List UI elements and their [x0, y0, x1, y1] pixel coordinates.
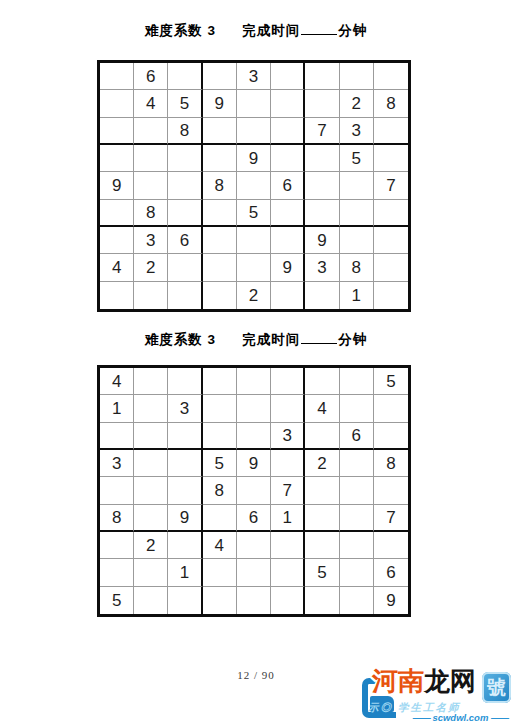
sudoku-cell-r5c1: 9	[100, 172, 134, 199]
sudoku-cell-r1c1: 4	[100, 368, 134, 395]
sudoku-cell-r8c5	[237, 254, 271, 281]
sudoku-cell-r4c4	[203, 145, 237, 172]
sudoku-cell-r1c3	[168, 368, 202, 395]
sudoku-cell-r5c5	[237, 477, 271, 504]
sudoku-cell-r4c8: 5	[340, 145, 374, 172]
sudoku-cell-r9c6	[271, 282, 305, 309]
sudoku-cell-r4c6	[271, 450, 305, 477]
sudoku-cell-r1c8	[340, 368, 374, 395]
sudoku-cell-r9c4	[203, 587, 237, 614]
sudoku-cell-r2c7	[305, 90, 339, 117]
sudoku-cell-r1c9: 5	[374, 368, 408, 395]
sudoku-cell-r3c4	[203, 118, 237, 145]
sudoku-cell-r4c5: 9	[237, 145, 271, 172]
sudoku-cell-r1c9	[374, 63, 408, 90]
sudoku-cell-r9c6	[271, 587, 305, 614]
sudoku-cell-r8c4	[203, 559, 237, 586]
sudoku-cell-r2c6	[271, 395, 305, 422]
sudoku-cell-r7c2: 2	[134, 532, 168, 559]
sudoku-cell-r4c6	[271, 145, 305, 172]
sudoku-cell-r8c1	[100, 559, 134, 586]
sudoku-cell-r6c6	[271, 200, 305, 227]
sudoku-cell-r1c2	[134, 368, 168, 395]
site-name-orange: 河南	[372, 666, 424, 696]
sudoku-cell-r5c6: 7	[271, 477, 305, 504]
sudoku-cell-r5c4: 8	[203, 477, 237, 504]
sudoku-cell-r8c8	[340, 559, 374, 586]
sudoku-cell-r8c2	[134, 559, 168, 586]
sudoku-cell-r2c3: 5	[168, 90, 202, 117]
sudoku-cell-r3c5	[237, 423, 271, 450]
sudoku-cell-r1c7	[305, 63, 339, 90]
sudoku-cell-r2c3: 3	[168, 395, 202, 422]
sudoku-cell-r4c1	[100, 145, 134, 172]
sudoku-cell-r5c9: 7	[374, 172, 408, 199]
sudoku-cell-r8c7: 5	[305, 559, 339, 586]
sudoku-cell-r9c9: 9	[374, 587, 408, 614]
sudoku-cell-r1c5: 3	[237, 63, 271, 90]
sudoku-cell-r6c8	[340, 505, 374, 532]
sudoku-cell-r4c9: 8	[374, 450, 408, 477]
sudoku-cell-r3c9	[374, 423, 408, 450]
sudoku-cell-r2c5	[237, 395, 271, 422]
site-name-black: 龙网	[424, 666, 476, 696]
sudoku-cell-r3c7	[305, 423, 339, 450]
sudoku-cell-r3c4	[203, 423, 237, 450]
sudoku-cell-r7c3	[168, 532, 202, 559]
sudoku-cell-r8c9	[374, 254, 408, 281]
sudoku-cell-r7c1	[100, 227, 134, 254]
watermark-seal-badge: 號	[482, 672, 511, 703]
sudoku-cell-r3c6	[271, 118, 305, 145]
sudoku-cell-r3c3: 8	[168, 118, 202, 145]
sudoku-cell-r2c1: 1	[100, 395, 134, 422]
sudoku-cell-r7c3: 6	[168, 227, 202, 254]
sudoku-cell-r8c4	[203, 254, 237, 281]
sudoku-cell-r1c8	[340, 63, 374, 90]
sudoku-cell-r2c1	[100, 90, 134, 117]
sudoku-cell-r8c2: 2	[134, 254, 168, 281]
sudoku-cell-r9c5: 2	[237, 282, 271, 309]
sudoku-cell-r1c4	[203, 63, 237, 90]
sudoku-cell-r8c7: 3	[305, 254, 339, 281]
sudoku-cell-r5c7	[305, 172, 339, 199]
sudoku-cell-r5c8	[340, 477, 374, 504]
sudoku-cell-r7c4	[203, 227, 237, 254]
url-dash-left: ——	[413, 712, 430, 723]
sudoku-cell-r5c3	[168, 477, 202, 504]
sudoku-cell-r6c9	[374, 200, 408, 227]
sudoku-cell-r9c3	[168, 282, 202, 309]
sudoku-cell-r9c1: 5	[100, 587, 134, 614]
sudoku-cell-r7c4: 4	[203, 532, 237, 559]
time-blank-line	[301, 331, 337, 344]
sudoku-cell-r4c3	[168, 450, 202, 477]
sudoku-cell-r9c8: 1	[340, 282, 374, 309]
sudoku-grid-1: 6345928873959867853694293821	[97, 60, 411, 312]
sudoku-cell-r3c3	[168, 423, 202, 450]
sudoku-cell-r7c8	[340, 227, 374, 254]
sudoku-cell-r6c4	[203, 505, 237, 532]
sudoku-cell-r7c2: 3	[134, 227, 168, 254]
sudoku-cell-r4c2	[134, 450, 168, 477]
sudoku-cell-r8c3	[168, 254, 202, 281]
sudoku-cell-r9c3	[168, 587, 202, 614]
sudoku-cell-r2c7: 4	[305, 395, 339, 422]
sudoku-cell-r3c6: 3	[271, 423, 305, 450]
sudoku-cell-r8c3: 1	[168, 559, 202, 586]
site-watermark: 河南龙网 號 示◎ 学生工名师 —— scwdwl.com ——	[360, 664, 512, 724]
sudoku-cell-r6c7	[305, 505, 339, 532]
sudoku-cell-r9c7	[305, 587, 339, 614]
sudoku-cell-r3c2	[134, 423, 168, 450]
url-text: scwdwl.com	[432, 712, 488, 723]
sudoku-cell-r6c6: 1	[271, 505, 305, 532]
sudoku-cell-r6c2	[134, 505, 168, 532]
sudoku-cell-r2c9: 8	[374, 90, 408, 117]
sudoku-cell-r6c9: 7	[374, 505, 408, 532]
sudoku-cell-r9c8	[340, 587, 374, 614]
sudoku-cell-r4c5: 9	[237, 450, 271, 477]
difficulty-label: 难度系数 3	[145, 23, 216, 38]
sudoku-cell-r9c7	[305, 282, 339, 309]
sudoku-cell-r8c9: 6	[374, 559, 408, 586]
sudoku-cell-r1c2: 6	[134, 63, 168, 90]
sudoku-cell-r2c4	[203, 395, 237, 422]
sudoku-cell-r8c6: 9	[271, 254, 305, 281]
puzzle1-header: 难度系数 3完成时间分钟	[0, 22, 512, 40]
sudoku-cell-r4c2	[134, 145, 168, 172]
sudoku-cell-r7c9	[374, 532, 408, 559]
sudoku-cell-r2c2	[134, 395, 168, 422]
time-prefix: 完成时间	[242, 23, 300, 38]
sudoku-cell-r6c8	[340, 200, 374, 227]
watermark-site-name: 河南龙网	[372, 668, 476, 694]
sudoku-cell-r5c8	[340, 172, 374, 199]
sudoku-cell-r6c1	[100, 200, 134, 227]
sudoku-cell-r6c7	[305, 200, 339, 227]
sudoku-cell-r2c6	[271, 90, 305, 117]
sudoku-cell-r2c4: 9	[203, 90, 237, 117]
sudoku-cell-r6c4	[203, 200, 237, 227]
sudoku-cell-r8c6	[271, 559, 305, 586]
time-prefix: 完成时间	[242, 332, 300, 347]
sudoku-cell-r3c2	[134, 118, 168, 145]
sudoku-cell-r6c3: 9	[168, 505, 202, 532]
sudoku-cell-r5c6: 6	[271, 172, 305, 199]
sudoku-cell-r3c1	[100, 118, 134, 145]
sudoku-cell-r9c9	[374, 282, 408, 309]
sudoku-cell-r6c3	[168, 200, 202, 227]
sudoku-cell-r6c5: 5	[237, 200, 271, 227]
sudoku-cell-r2c5	[237, 90, 271, 117]
sudoku-cell-r6c1: 8	[100, 505, 134, 532]
sudoku-cell-r2c9	[374, 395, 408, 422]
sudoku-cell-r4c9	[374, 145, 408, 172]
sudoku-cell-r5c4: 8	[203, 172, 237, 199]
sudoku-cell-r5c2	[134, 477, 168, 504]
sudoku-cell-r4c7: 2	[305, 450, 339, 477]
sudoku-cell-r9c4	[203, 282, 237, 309]
sudoku-cell-r1c6	[271, 368, 305, 395]
sudoku-cell-r8c1: 4	[100, 254, 134, 281]
time-suffix: 分钟	[338, 23, 367, 38]
sudoku-cell-r7c7: 9	[305, 227, 339, 254]
sudoku-cell-r2c8	[340, 395, 374, 422]
time-blank-line	[301, 22, 337, 35]
sudoku-cell-r4c3	[168, 145, 202, 172]
sudoku-cell-r6c5: 6	[237, 505, 271, 532]
seal-glyph: 號	[487, 675, 506, 701]
sudoku-cell-r1c7	[305, 368, 339, 395]
sudoku-cell-r2c2: 4	[134, 90, 168, 117]
difficulty-label: 难度系数 3	[145, 332, 216, 347]
sudoku-cell-r7c5	[237, 532, 271, 559]
watermark-url: —— scwdwl.com ——	[413, 712, 508, 723]
sudoku-cell-r3c8: 6	[340, 423, 374, 450]
sudoku-cell-r7c7	[305, 532, 339, 559]
sudoku-cell-r5c3	[168, 172, 202, 199]
sudoku-cell-r4c1: 3	[100, 450, 134, 477]
sudoku-cell-r2c8: 2	[340, 90, 374, 117]
sudoku-cell-r5c9	[374, 477, 408, 504]
sudoku-cell-r5c2	[134, 172, 168, 199]
sudoku-cell-r9c1	[100, 282, 134, 309]
sudoku-cell-r4c7	[305, 145, 339, 172]
sudoku-cell-r8c8: 8	[340, 254, 374, 281]
sudoku-cell-r7c6	[271, 532, 305, 559]
sudoku-cell-r8c5	[237, 559, 271, 586]
sudoku-cell-r3c9	[374, 118, 408, 145]
sudoku-cell-r3c7: 7	[305, 118, 339, 145]
sudoku-cell-r3c1	[100, 423, 134, 450]
sudoku-cell-r7c9	[374, 227, 408, 254]
sudoku-cell-r3c8: 3	[340, 118, 374, 145]
sudoku-cell-r5c7	[305, 477, 339, 504]
sudoku-grid-2: 45134363592887896172415659	[97, 365, 411, 617]
sudoku-cell-r1c6	[271, 63, 305, 90]
sudoku-cell-r1c1	[100, 63, 134, 90]
sudoku-cell-r9c2	[134, 282, 168, 309]
sudoku-cell-r4c8	[340, 450, 374, 477]
sudoku-cell-r9c2	[134, 587, 168, 614]
sudoku-cell-r6c2: 8	[134, 200, 168, 227]
sudoku-cell-r9c5	[237, 587, 271, 614]
sudoku-cell-r1c5	[237, 368, 271, 395]
sudoku-cell-r3c5	[237, 118, 271, 145]
time-suffix: 分钟	[338, 332, 367, 347]
sudoku-cell-r5c5	[237, 172, 271, 199]
puzzle2-header: 难度系数 3完成时间分钟	[0, 331, 512, 349]
sudoku-cell-r7c5	[237, 227, 271, 254]
url-dash-right: ——	[491, 712, 508, 723]
sudoku-cell-r4c4: 5	[203, 450, 237, 477]
sudoku-cell-r7c8	[340, 532, 374, 559]
sudoku-cell-r7c1	[100, 532, 134, 559]
sudoku-cell-r1c3	[168, 63, 202, 90]
sudoku-cell-r1c4	[203, 368, 237, 395]
sudoku-cell-r5c1	[100, 477, 134, 504]
sudoku-cell-r7c6	[271, 227, 305, 254]
